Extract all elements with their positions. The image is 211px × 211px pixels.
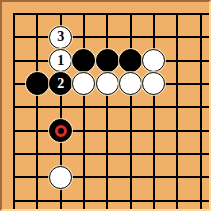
stone-white — [119, 72, 142, 95]
stone-black-move-2: 2 — [49, 72, 72, 95]
go-board-stones: 312 — [2, 2, 211, 211]
stone-white-move-3: 3 — [49, 26, 72, 49]
stone-black — [72, 49, 95, 72]
stone-black — [96, 49, 119, 72]
stone-white — [49, 166, 72, 189]
circle-marker-icon — [55, 125, 67, 137]
stone-black — [119, 49, 142, 72]
stone-white — [96, 72, 119, 95]
stone-white — [142, 49, 165, 72]
stone-white — [72, 72, 95, 95]
stone-black — [26, 72, 49, 95]
stone-white — [142, 72, 165, 95]
go-diagram: 312 — [0, 0, 211, 211]
stone-white-move-1: 1 — [49, 49, 72, 72]
stone-black-circle-marked — [49, 119, 72, 142]
